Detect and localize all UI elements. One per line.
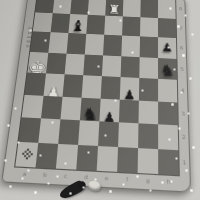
square-g7 — [140, 17, 158, 37]
square-g3 — [139, 100, 159, 124]
square-f8 — [123, 0, 141, 17]
square-c1 — [56, 143, 78, 169]
square-g8 — [140, 0, 158, 18]
square-h7 — [158, 18, 176, 38]
square-g1 — [138, 148, 159, 175]
rank-label-3: 3 — [178, 102, 188, 126]
square-g4 — [139, 78, 158, 101]
square-c2 — [58, 119, 80, 144]
rank-label-1: 1 — [179, 150, 189, 176]
square-d8 — [88, 0, 107, 15]
square-d7 — [86, 14, 105, 34]
square-c5 — [65, 53, 85, 75]
square-c8 — [70, 0, 89, 14]
corner-ornament — [26, 153, 28, 155]
square-f7 — [122, 16, 140, 36]
square-h1 — [158, 149, 179, 176]
square-g2 — [138, 123, 158, 148]
square-d4 — [82, 75, 102, 98]
square-b2 — [38, 118, 60, 143]
square-e4 — [101, 76, 121, 99]
square-a2 — [19, 117, 42, 142]
file-label-a: a — [13, 166, 35, 183]
square-c3 — [60, 96, 81, 120]
square-f6 — [121, 36, 140, 57]
square-d6 — [85, 34, 104, 55]
square-h3 — [158, 101, 178, 125]
file-label-b: b — [34, 168, 56, 185]
square-e8: ♜ — [105, 0, 123, 16]
square-f2 — [118, 122, 138, 147]
square-e1 — [97, 145, 118, 171]
chessboard-photo: 05390 ♜♝♟♚♞♟♟♞♟ 87654321 abcdefgh — [0, 0, 200, 200]
square-b6 — [48, 32, 68, 53]
rank-label-7: 7 — [177, 19, 186, 39]
piece-black-pawn-h6: ♟ — [161, 37, 173, 58]
square-e2 — [98, 121, 119, 146]
rank-label-8: 8 — [176, 0, 185, 19]
file-label-f: f — [117, 172, 138, 189]
square-b5 — [46, 52, 67, 74]
square-f1 — [117, 147, 138, 173]
square-f4: ♟ — [120, 77, 140, 100]
square-b3 — [41, 95, 63, 119]
square-h5: ♞ — [158, 58, 177, 80]
file-label-h: h — [158, 174, 179, 191]
square-b1 — [36, 142, 59, 168]
square-b4: ♟ — [44, 73, 65, 96]
square-a3 — [22, 94, 44, 118]
square-b7 — [51, 13, 71, 33]
square-d5 — [83, 54, 103, 76]
square-d2 — [78, 120, 99, 145]
square-e5 — [102, 55, 121, 77]
dust-speckles — [0, 0, 1, 1]
square-h8 — [158, 0, 176, 18]
square-e3: ♟ — [99, 98, 119, 122]
square-f5 — [121, 56, 140, 78]
file-label-g: g — [137, 173, 158, 190]
rank-label-2: 2 — [179, 125, 189, 150]
square-f3 — [119, 99, 139, 123]
square-h2 — [158, 124, 178, 149]
square-g5 — [139, 57, 158, 79]
square-a5: ♚ — [27, 51, 48, 73]
square-a4 — [25, 72, 46, 95]
square-d3: ♞ — [80, 97, 101, 121]
chess-board: 05390 ♜♝♟♚♞♟♟♞♟ 87654321 abcdefgh — [1, 0, 191, 193]
square-c6 — [67, 33, 87, 54]
square-h4 — [158, 79, 177, 102]
board-grid: ♜♝♟♚♞♟♟♞♟ — [15, 0, 179, 175]
square-g6 — [140, 36, 158, 57]
square-c4 — [63, 74, 84, 97]
square-e7 — [104, 15, 123, 35]
square-a6 — [30, 31, 50, 52]
square-d1 — [76, 144, 98, 170]
rank-label-4: 4 — [178, 80, 188, 103]
rank-label-5: 5 — [177, 59, 186, 81]
square-e6 — [103, 35, 122, 56]
square-h6: ♟ — [158, 37, 176, 58]
square-a7 — [33, 12, 53, 32]
square-b8 — [53, 0, 72, 14]
rank-label-6: 6 — [177, 38, 186, 59]
square-c7: ♝ — [68, 14, 87, 34]
